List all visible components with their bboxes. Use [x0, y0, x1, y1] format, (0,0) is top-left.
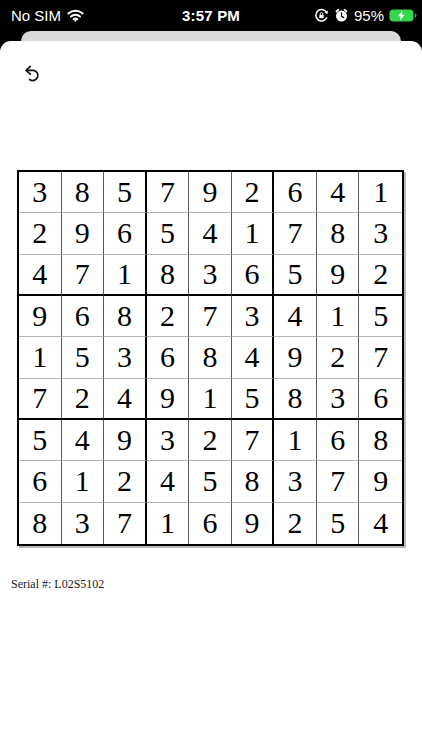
undo-back-arrow-icon [22, 64, 41, 86]
battery-charging-icon [389, 9, 417, 22]
sudoku-cell-r7c3: 9 [104, 420, 147, 461]
sudoku-cell-r2c3: 6 [104, 213, 147, 254]
sudoku-cell-r3c4: 8 [147, 255, 190, 296]
sudoku-cell-r4c7: 4 [274, 296, 317, 337]
sudoku-cell-r3c7: 5 [274, 255, 317, 296]
sudoku-cell-r4c5: 7 [189, 296, 232, 337]
sudoku-cell-r9c5: 6 [189, 503, 232, 544]
sudoku-cell-r5c5: 8 [189, 337, 232, 378]
rotation-lock-icon [314, 8, 329, 23]
sudoku-cell-r6c1: 7 [19, 379, 62, 420]
sudoku-cell-r3c8: 9 [317, 255, 360, 296]
sudoku-cell-r7c8: 6 [317, 420, 360, 461]
sudoku-cell-r8c1: 6 [19, 461, 62, 502]
sudoku-cell-r7c9: 8 [359, 420, 402, 461]
sudoku-cell-r2c8: 8 [317, 213, 360, 254]
sudoku-cell-r9c4: 1 [147, 503, 190, 544]
sudoku-cell-r7c2: 4 [62, 420, 105, 461]
sudoku-cell-r5c9: 7 [359, 337, 402, 378]
sudoku-grid: 3857926412965417834718365929682734151536… [17, 170, 404, 546]
sudoku-cell-r1c5: 9 [189, 172, 232, 213]
sudoku-cell-r9c6: 9 [232, 503, 275, 544]
sudoku-cell-r8c6: 8 [232, 461, 275, 502]
sudoku-cell-r1c9: 1 [359, 172, 402, 213]
sudoku-cell-r3c3: 1 [104, 255, 147, 296]
sudoku-cell-r6c6: 5 [232, 379, 275, 420]
sudoku-cell-r5c7: 9 [274, 337, 317, 378]
sudoku-cell-r8c5: 5 [189, 461, 232, 502]
sudoku-cell-r3c6: 6 [232, 255, 275, 296]
sudoku-cell-r6c8: 3 [317, 379, 360, 420]
sudoku-cell-r2c6: 1 [232, 213, 275, 254]
sudoku-cell-r3c2: 7 [62, 255, 105, 296]
sudoku-cell-r9c9: 4 [359, 503, 402, 544]
sudoku-cell-r6c2: 2 [62, 379, 105, 420]
sudoku-cell-r1c6: 2 [232, 172, 275, 213]
sudoku-cell-r3c1: 4 [19, 255, 62, 296]
modal-sheet: 3857926412965417834718365929682734151536… [0, 41, 422, 750]
sudoku-cell-r2c4: 5 [147, 213, 190, 254]
sudoku-cell-r1c3: 5 [104, 172, 147, 213]
sudoku-cell-r2c5: 4 [189, 213, 232, 254]
sudoku-cell-r4c8: 1 [317, 296, 360, 337]
sudoku-cell-r9c2: 3 [62, 503, 105, 544]
sudoku-cell-r1c1: 3 [19, 172, 62, 213]
sudoku-cell-r3c9: 2 [359, 255, 402, 296]
iphone-screen: No SIM 3:57 PM [0, 0, 422, 750]
back-button[interactable] [17, 61, 45, 89]
serial-number-label: Serial #: L02S5102 [11, 577, 104, 592]
sudoku-cell-r8c4: 4 [147, 461, 190, 502]
status-bar: No SIM 3:57 PM [0, 0, 422, 30]
sudoku-cell-r5c4: 6 [147, 337, 190, 378]
sudoku-cell-r4c9: 5 [359, 296, 402, 337]
battery-percent-label: 95% [354, 7, 384, 24]
sudoku-cell-r5c3: 3 [104, 337, 147, 378]
sudoku-cell-r4c4: 2 [147, 296, 190, 337]
sudoku-cell-r9c3: 7 [104, 503, 147, 544]
sudoku-cell-r8c2: 1 [62, 461, 105, 502]
sudoku-cell-r6c9: 6 [359, 379, 402, 420]
sudoku-cell-r5c8: 2 [317, 337, 360, 378]
sudoku-cell-r6c7: 8 [274, 379, 317, 420]
sudoku-cell-r2c7: 7 [274, 213, 317, 254]
sudoku-cell-r2c9: 3 [359, 213, 402, 254]
sudoku-cell-r8c7: 3 [274, 461, 317, 502]
sudoku-cell-r4c1: 9 [19, 296, 62, 337]
sudoku-cell-r5c6: 4 [232, 337, 275, 378]
sudoku-cell-r1c2: 8 [62, 172, 105, 213]
sudoku-cell-r1c4: 7 [147, 172, 190, 213]
sudoku-cell-r7c5: 2 [189, 420, 232, 461]
sudoku-cell-r6c5: 1 [189, 379, 232, 420]
sudoku-cell-r8c9: 9 [359, 461, 402, 502]
sudoku-cell-r7c1: 5 [19, 420, 62, 461]
sudoku-cell-r8c3: 2 [104, 461, 147, 502]
sudoku-cell-r4c6: 3 [232, 296, 275, 337]
sudoku-cell-r5c1: 1 [19, 337, 62, 378]
sudoku-cell-r9c8: 5 [317, 503, 360, 544]
sudoku-cell-r7c6: 7 [232, 420, 275, 461]
sudoku-cell-r8c8: 7 [317, 461, 360, 502]
sudoku-cell-r2c1: 2 [19, 213, 62, 254]
alarm-icon [334, 8, 349, 23]
sudoku-cell-r7c7: 1 [274, 420, 317, 461]
sudoku-cell-r3c5: 3 [189, 255, 232, 296]
sudoku-cell-r4c3: 8 [104, 296, 147, 337]
sudoku-cell-r9c1: 8 [19, 503, 62, 544]
sudoku-cell-r1c8: 4 [317, 172, 360, 213]
sudoku-cell-r4c2: 6 [62, 296, 105, 337]
sudoku-cell-r6c4: 9 [147, 379, 190, 420]
sudoku-cell-r1c7: 6 [274, 172, 317, 213]
sudoku-cell-r5c2: 5 [62, 337, 105, 378]
sudoku-cell-r6c3: 4 [104, 379, 147, 420]
sudoku-cell-r9c7: 2 [274, 503, 317, 544]
status-right: 95% [314, 0, 417, 30]
sudoku-cell-r7c4: 3 [147, 420, 190, 461]
sudoku-cell-r2c2: 9 [62, 213, 105, 254]
